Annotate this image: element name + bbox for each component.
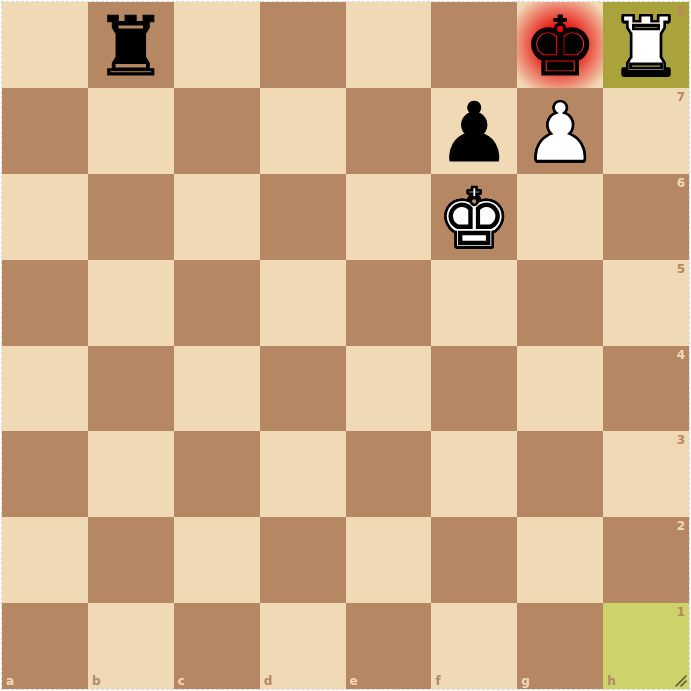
square-d4[interactable] [260,346,346,432]
rank-label-8: 8 [677,5,685,17]
file-label-f: f [435,675,440,687]
square-c7[interactable] [174,88,260,174]
rank-label-7: 7 [677,91,685,103]
square-h3[interactable]: 3 [603,431,689,517]
square-e1[interactable]: e [346,603,432,689]
square-g3[interactable] [517,431,603,517]
square-e7[interactable] [346,88,432,174]
square-c6[interactable] [174,174,260,260]
square-d8[interactable] [260,2,346,88]
square-h8[interactable]: ♜8 [603,2,689,88]
piece-black-king[interactable]: ♚ [523,6,597,88]
square-f4[interactable] [431,346,517,432]
square-g4[interactable] [517,346,603,432]
chess-board: ♜♚♜8♟♟7♚65432abcdefg1h [2,2,689,689]
square-c5[interactable] [174,260,260,346]
square-b7[interactable] [88,88,174,174]
square-b8[interactable]: ♜ [88,2,174,88]
file-label-b: b [92,675,101,687]
square-b4[interactable] [88,346,174,432]
square-g6[interactable] [517,174,603,260]
rank-label-4: 4 [677,349,685,361]
file-label-h: h [607,675,616,687]
square-e3[interactable] [346,431,432,517]
square-g2[interactable] [517,517,603,603]
square-b2[interactable] [88,517,174,603]
square-d3[interactable] [260,431,346,517]
rank-label-5: 5 [677,263,685,275]
piece-white-rook[interactable]: ♜ [609,6,683,88]
square-a2[interactable] [2,517,88,603]
square-c8[interactable] [174,2,260,88]
square-c2[interactable] [174,517,260,603]
resize-handle-icon[interactable] [674,674,688,688]
square-d1[interactable]: d [260,603,346,689]
square-a6[interactable] [2,174,88,260]
file-label-g: g [521,675,530,687]
board-container: ♜♚♜8♟♟7♚65432abcdefg1h [1,1,690,690]
square-h4[interactable]: 4 [603,346,689,432]
square-h6[interactable]: 6 [603,174,689,260]
square-f6[interactable]: ♚ [431,174,517,260]
piece-black-pawn[interactable]: ♟ [438,92,512,174]
square-e4[interactable] [346,346,432,432]
square-a3[interactable] [2,431,88,517]
rank-label-3: 3 [677,434,685,446]
square-b5[interactable] [88,260,174,346]
square-a7[interactable] [2,88,88,174]
file-label-a: a [6,675,14,687]
square-d6[interactable] [260,174,346,260]
square-a4[interactable] [2,346,88,432]
square-h7[interactable]: 7 [603,88,689,174]
square-e5[interactable] [346,260,432,346]
square-g5[interactable] [517,260,603,346]
square-h1[interactable]: 1h [603,603,689,689]
square-c1[interactable]: c [174,603,260,689]
square-f3[interactable] [431,431,517,517]
square-b1[interactable]: b [88,603,174,689]
square-f5[interactable] [431,260,517,346]
square-b6[interactable] [88,174,174,260]
rank-label-6: 6 [677,177,685,189]
square-f2[interactable] [431,517,517,603]
piece-white-pawn[interactable]: ♟ [523,92,597,174]
piece-black-rook[interactable]: ♜ [94,6,168,88]
square-e6[interactable] [346,174,432,260]
square-g8[interactable]: ♚ [517,2,603,88]
piece-white-king[interactable]: ♚ [438,178,512,260]
rank-label-2: 2 [677,520,685,532]
square-d2[interactable] [260,517,346,603]
square-e8[interactable] [346,2,432,88]
square-e2[interactable] [346,517,432,603]
square-f7[interactable]: ♟ [431,88,517,174]
square-d5[interactable] [260,260,346,346]
square-d7[interactable] [260,88,346,174]
rank-label-1: 1 [677,606,685,618]
square-c3[interactable] [174,431,260,517]
square-f8[interactable] [431,2,517,88]
file-label-d: d [264,675,273,687]
file-label-e: e [350,675,358,687]
square-b3[interactable] [88,431,174,517]
square-a8[interactable] [2,2,88,88]
square-a5[interactable] [2,260,88,346]
square-c4[interactable] [174,346,260,432]
square-h2[interactable]: 2 [603,517,689,603]
square-a1[interactable]: a [2,603,88,689]
square-g1[interactable]: g [517,603,603,689]
file-label-c: c [178,675,185,687]
square-g7[interactable]: ♟ [517,88,603,174]
square-f1[interactable]: f [431,603,517,689]
square-h5[interactable]: 5 [603,260,689,346]
